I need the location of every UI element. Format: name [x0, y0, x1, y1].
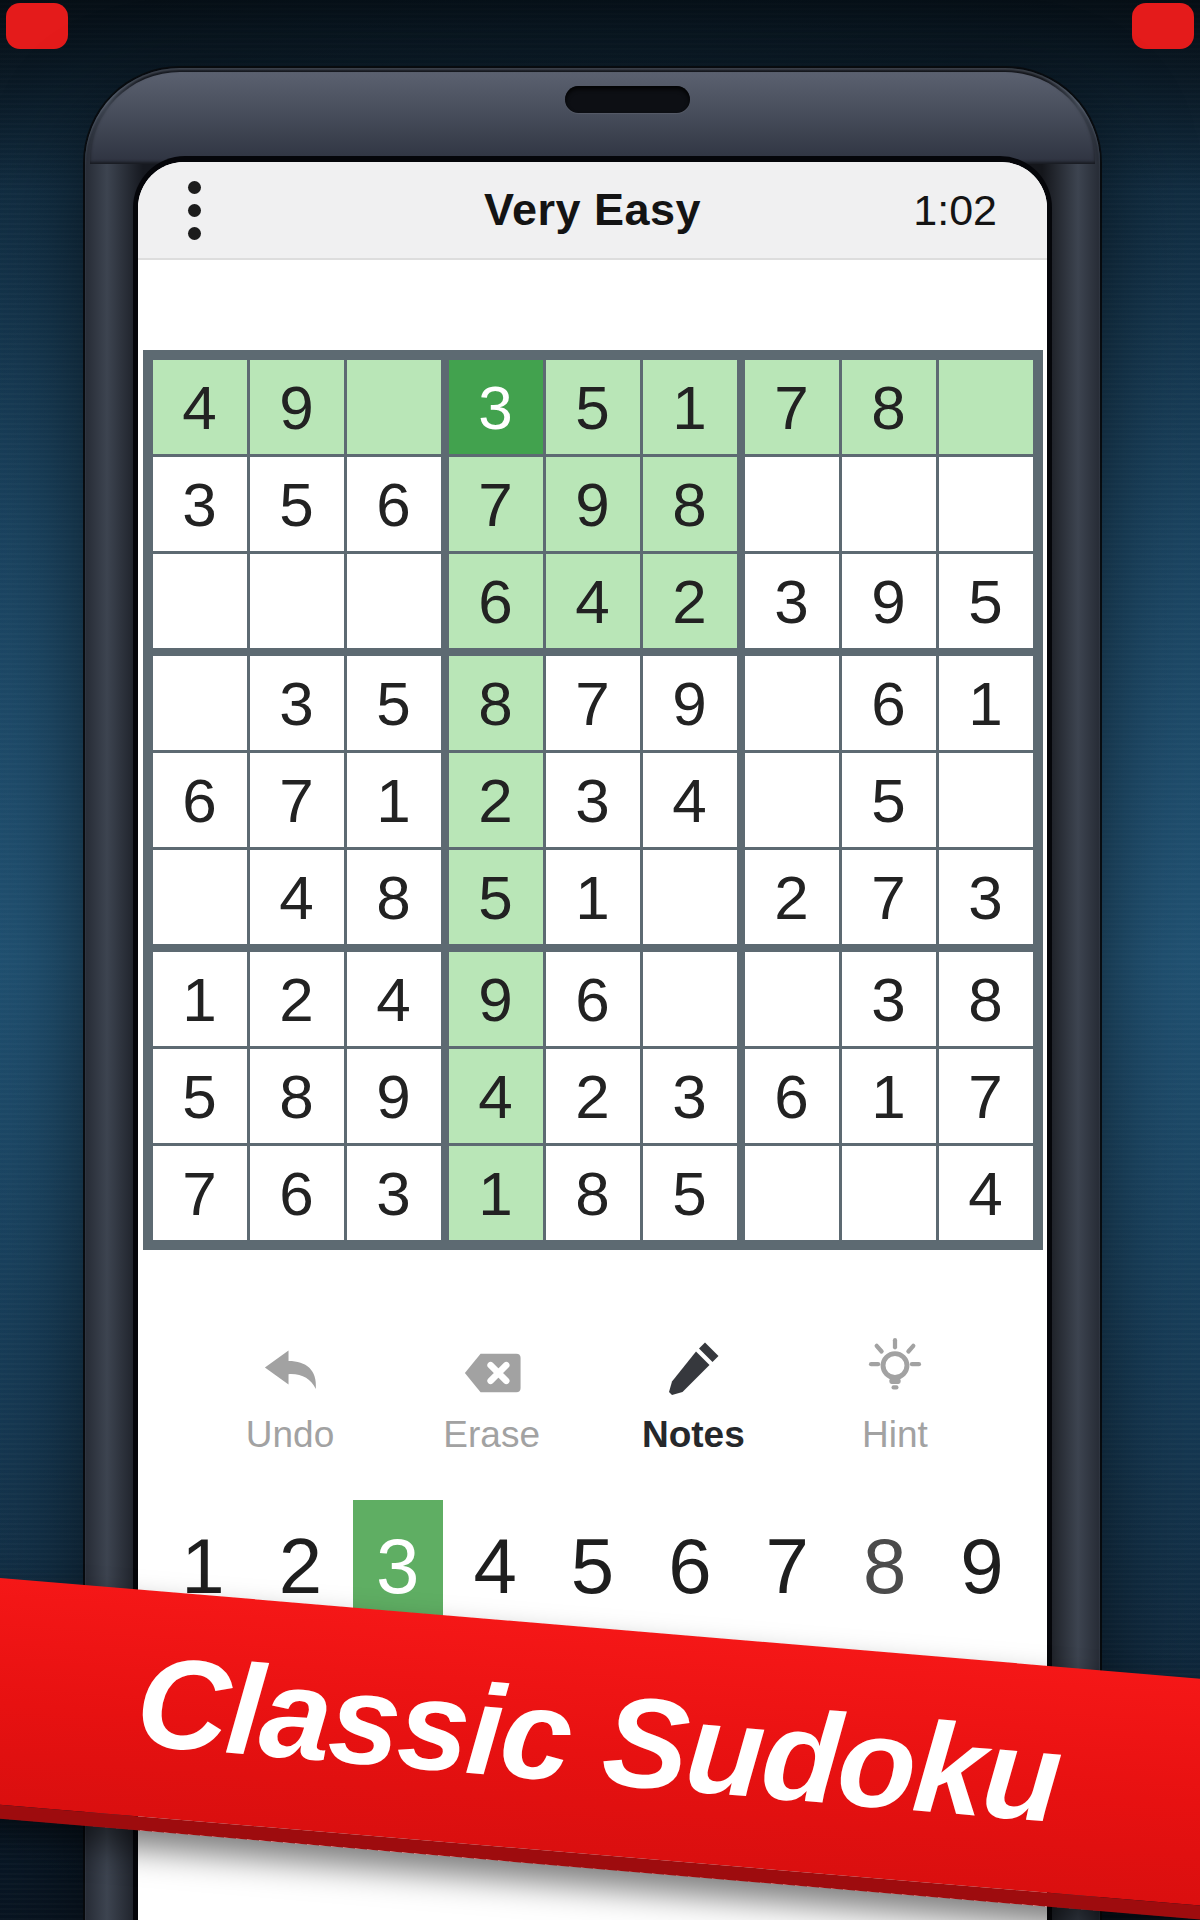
- erase-label: Erase: [443, 1414, 540, 1456]
- phone-top-bezel: [90, 72, 1095, 164]
- cell-r1c1[interactable]: 4: [153, 360, 247, 454]
- cell-r8c1[interactable]: 5: [153, 1049, 247, 1143]
- undo-label: Undo: [246, 1414, 334, 1456]
- numpad-key-8[interactable]: 8: [840, 1500, 930, 1632]
- backspace-icon: [459, 1332, 525, 1398]
- numpad-key-7[interactable]: 7: [742, 1500, 832, 1632]
- cell-r6c3[interactable]: 8: [347, 850, 441, 944]
- cell-r5c1[interactable]: 6: [153, 753, 247, 847]
- cell-r4c4[interactable]: 8: [449, 656, 543, 750]
- box-8: 96423185: [449, 952, 737, 1240]
- cell-r9c3[interactable]: 3: [347, 1146, 441, 1240]
- cell-r8c3[interactable]: 9: [347, 1049, 441, 1143]
- cell-r9c4[interactable]: 1: [449, 1146, 543, 1240]
- cell-r4c6[interactable]: 9: [643, 656, 737, 750]
- undo-button[interactable]: Undo: [230, 1332, 350, 1456]
- cell-r6c1[interactable]: [153, 850, 247, 944]
- cell-r4c7[interactable]: [745, 656, 839, 750]
- status-bar: Very Easy 1:02: [138, 162, 1047, 260]
- cell-r9c8[interactable]: [842, 1146, 936, 1240]
- cell-r6c9[interactable]: 3: [939, 850, 1033, 944]
- cell-r9c5[interactable]: 8: [546, 1146, 640, 1240]
- numpad-key-6[interactable]: 6: [645, 1500, 735, 1632]
- cell-r4c8[interactable]: 6: [842, 656, 936, 750]
- kebab-menu-icon[interactable]: [188, 181, 201, 240]
- cell-r9c6[interactable]: 5: [643, 1146, 737, 1240]
- box-5: 87923451: [449, 656, 737, 944]
- cell-r7c2[interactable]: 2: [250, 952, 344, 1046]
- cell-r5c6[interactable]: 4: [643, 753, 737, 847]
- cell-r6c2[interactable]: 4: [250, 850, 344, 944]
- cell-r8c9[interactable]: 7: [939, 1049, 1033, 1143]
- sudoku-board: 4935635179864278395356714887923451615273…: [143, 350, 1043, 1250]
- cell-r7c4[interactable]: 9: [449, 952, 543, 1046]
- cell-r6c7[interactable]: 2: [745, 850, 839, 944]
- cell-r2c9[interactable]: [939, 457, 1033, 551]
- box-7: 124589763: [153, 952, 441, 1240]
- cell-r7c7[interactable]: [745, 952, 839, 1046]
- hint-label: Hint: [862, 1414, 928, 1456]
- cell-r1c6[interactable]: 1: [643, 360, 737, 454]
- cell-r4c2[interactable]: 3: [250, 656, 344, 750]
- promo-screenshot: Very Easy 1:02 4935635179864278395356714…: [0, 0, 1200, 1920]
- cell-r4c3[interactable]: 5: [347, 656, 441, 750]
- red-corner-ribbon-right: [1132, 3, 1194, 49]
- cell-r9c1[interactable]: 7: [153, 1146, 247, 1240]
- cell-r4c1[interactable]: [153, 656, 247, 750]
- cell-r4c9[interactable]: 1: [939, 656, 1033, 750]
- action-toolbar: Undo Erase Notes: [138, 1332, 1047, 1456]
- box-2: 351798642: [449, 360, 737, 648]
- cell-r7c1[interactable]: 1: [153, 952, 247, 1046]
- cell-r2c7[interactable]: [745, 457, 839, 551]
- numpad-key-4[interactable]: 4: [450, 1500, 540, 1632]
- cell-r5c2[interactable]: 7: [250, 753, 344, 847]
- notes-label: Notes: [642, 1414, 745, 1456]
- difficulty-title: Very Easy: [484, 184, 701, 236]
- cell-r2c1[interactable]: 3: [153, 457, 247, 551]
- cell-r6c4[interactable]: 5: [449, 850, 543, 944]
- hint-button[interactable]: Hint: [835, 1332, 955, 1456]
- cell-r1c3[interactable]: [347, 360, 441, 454]
- cell-r8c6[interactable]: 3: [643, 1049, 737, 1143]
- cell-r1c2[interactable]: 9: [250, 360, 344, 454]
- cell-r7c6[interactable]: [643, 952, 737, 1046]
- lightbulb-icon: [864, 1332, 926, 1398]
- cell-r1c4[interactable]: 3: [449, 360, 543, 454]
- cell-r7c9[interactable]: 8: [939, 952, 1033, 1046]
- cell-r8c7[interactable]: 6: [745, 1049, 839, 1143]
- cell-r9c2[interactable]: 6: [250, 1146, 344, 1240]
- cell-r6c8[interactable]: 7: [842, 850, 936, 944]
- cell-r3c3[interactable]: [347, 554, 441, 648]
- cell-r2c6[interactable]: 8: [643, 457, 737, 551]
- cell-r6c5[interactable]: 1: [546, 850, 640, 944]
- box-4: 3567148: [153, 656, 441, 944]
- cell-r7c3[interactable]: 4: [347, 952, 441, 1046]
- cell-r5c3[interactable]: 1: [347, 753, 441, 847]
- cell-r2c3[interactable]: 6: [347, 457, 441, 551]
- cell-r8c4[interactable]: 4: [449, 1049, 543, 1143]
- cell-r1c8[interactable]: 8: [842, 360, 936, 454]
- cell-r3c8[interactable]: 9: [842, 554, 936, 648]
- phone-speaker: [565, 86, 690, 113]
- cell-r7c5[interactable]: 6: [546, 952, 640, 1046]
- box-3: 78395: [745, 360, 1033, 648]
- undo-arrow-icon: [259, 1332, 321, 1398]
- cell-r3c9[interactable]: 5: [939, 554, 1033, 648]
- cell-r1c7[interactable]: 7: [745, 360, 839, 454]
- cell-r4c5[interactable]: 7: [546, 656, 640, 750]
- cell-r2c8[interactable]: [842, 457, 936, 551]
- cell-r3c1[interactable]: [153, 554, 247, 648]
- banner-text: Classic Sudoku: [131, 1627, 1066, 1857]
- numpad-key-5[interactable]: 5: [548, 1500, 638, 1632]
- cell-r1c5[interactable]: 5: [546, 360, 640, 454]
- cell-r5c9[interactable]: [939, 753, 1033, 847]
- cell-r3c5[interactable]: 4: [546, 554, 640, 648]
- box-6: 615273: [745, 656, 1033, 944]
- cell-r2c5[interactable]: 9: [546, 457, 640, 551]
- game-timer: 1:02: [913, 186, 997, 235]
- cell-r6c6[interactable]: [643, 850, 737, 944]
- cell-r5c7[interactable]: [745, 753, 839, 847]
- cell-r3c2[interactable]: [250, 554, 344, 648]
- cell-r1c9[interactable]: [939, 360, 1033, 454]
- cell-r9c9[interactable]: 4: [939, 1146, 1033, 1240]
- cell-r8c8[interactable]: 1: [842, 1049, 936, 1143]
- cell-r2c2[interactable]: 5: [250, 457, 344, 551]
- red-corner-ribbon-left: [6, 3, 68, 49]
- cell-r3c4[interactable]: 6: [449, 554, 543, 648]
- cell-r5c8[interactable]: 5: [842, 753, 936, 847]
- cell-r9c7[interactable]: [745, 1146, 839, 1240]
- cell-r5c4[interactable]: 2: [449, 753, 543, 847]
- erase-button[interactable]: Erase: [432, 1332, 552, 1456]
- cell-r2c4[interactable]: 7: [449, 457, 543, 551]
- cell-r7c8[interactable]: 3: [842, 952, 936, 1046]
- cell-r3c7[interactable]: 3: [745, 554, 839, 648]
- cell-r5c5[interactable]: 3: [546, 753, 640, 847]
- cell-r3c6[interactable]: 2: [643, 554, 737, 648]
- box-1: 49356: [153, 360, 441, 648]
- pencil-icon: [663, 1332, 723, 1398]
- cell-r8c5[interactable]: 2: [546, 1049, 640, 1143]
- notes-button[interactable]: Notes: [633, 1332, 753, 1456]
- numpad-key-9[interactable]: 9: [937, 1500, 1027, 1632]
- box-9: 386174: [745, 952, 1033, 1240]
- cell-r8c2[interactable]: 8: [250, 1049, 344, 1143]
